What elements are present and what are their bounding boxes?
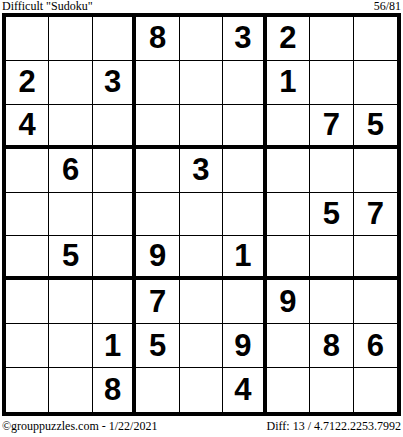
cell-r3c5[interactable] [180,105,223,149]
cell-r1c6: 3 [223,17,266,61]
cell-r8c2[interactable] [49,324,92,368]
cell-r4c4[interactable] [136,149,179,193]
cell-r7c8[interactable] [310,280,353,324]
cell-r7c2[interactable] [49,280,92,324]
cell-r1c4: 8 [136,17,179,61]
cell-r4c9[interactable] [354,149,397,193]
cell-r7c4: 7 [136,280,179,324]
cell-r1c5[interactable] [180,17,223,61]
cell-r3c2[interactable] [49,105,92,149]
cell-r2c3: 3 [93,61,136,105]
cell-r5c3[interactable] [93,193,136,237]
cell-r9c3: 8 [93,368,136,412]
cell-r5c9: 7 [354,193,397,237]
cell-r8c1[interactable] [6,324,49,368]
cell-r2c6[interactable] [223,61,266,105]
cell-r9c6: 4 [223,368,266,412]
cell-r4c5: 3 [180,149,223,193]
cell-r6c8[interactable] [310,236,353,280]
cell-r5c8: 5 [310,193,353,237]
cell-r3c3[interactable] [93,105,136,149]
cell-r7c7: 9 [267,280,310,324]
cell-r9c1[interactable] [6,368,49,412]
cell-r6c3[interactable] [93,236,136,280]
cell-r2c9[interactable] [354,61,397,105]
cell-r9c4[interactable] [136,368,179,412]
cell-r1c7: 2 [267,17,310,61]
cell-r7c3[interactable] [93,280,136,324]
cell-r4c2: 6 [49,149,92,193]
cell-r5c4[interactable] [136,193,179,237]
cell-r2c7: 1 [267,61,310,105]
sudoku-board: 8322314756357591791598684 [2,13,401,416]
cell-r3c8: 7 [310,105,353,149]
cell-r8c4: 5 [136,324,179,368]
cell-r9c8[interactable] [310,368,353,412]
puzzle-title: Difficult "Sudoku" [2,0,93,13]
cell-r7c1[interactable] [6,280,49,324]
cell-r1c3[interactable] [93,17,136,61]
cell-r5c2[interactable] [49,193,92,237]
difficulty-rating: Diff: 13 / 4.7122.2253.7992 [267,419,401,433]
cell-r6c1[interactable] [6,236,49,280]
cell-r2c8[interactable] [310,61,353,105]
puzzle-page: Difficult "Sudoku" 56/81 832231475635759… [0,0,403,437]
cell-r8c9: 6 [354,324,397,368]
cell-r7c6[interactable] [223,280,266,324]
cell-r9c9[interactable] [354,368,397,412]
cell-r8c7[interactable] [267,324,310,368]
cell-r4c1[interactable] [6,149,49,193]
cell-r4c3[interactable] [93,149,136,193]
cell-r9c5[interactable] [180,368,223,412]
cell-r4c7[interactable] [267,149,310,193]
cell-r4c6[interactable] [223,149,266,193]
page-header: Difficult "Sudoku" 56/81 [2,0,401,13]
empty-cell-counter: 56/81 [374,0,401,13]
cell-r8c8: 8 [310,324,353,368]
cell-r2c4[interactable] [136,61,179,105]
cell-r1c8[interactable] [310,17,353,61]
cell-r3c9: 5 [354,105,397,149]
page-footer: ©grouppuzzles.com - 1/22/2021 Diff: 13 /… [2,419,401,433]
cell-r1c1[interactable] [6,17,49,61]
cell-r8c3: 1 [93,324,136,368]
cell-r3c6[interactable] [223,105,266,149]
cell-r6c7[interactable] [267,236,310,280]
cell-r1c2[interactable] [49,17,92,61]
cell-r3c4[interactable] [136,105,179,149]
cell-r5c1[interactable] [6,193,49,237]
cell-r3c7[interactable] [267,105,310,149]
cell-r2c2[interactable] [49,61,92,105]
cell-r5c6[interactable] [223,193,266,237]
cell-r5c5[interactable] [180,193,223,237]
cell-r8c5[interactable] [180,324,223,368]
cell-r7c9[interactable] [354,280,397,324]
cell-r6c5[interactable] [180,236,223,280]
cell-r1c9[interactable] [354,17,397,61]
cell-r6c9[interactable] [354,236,397,280]
cell-r4c8[interactable] [310,149,353,193]
cell-r9c7[interactable] [267,368,310,412]
cell-r7c5[interactable] [180,280,223,324]
cell-r5c7[interactable] [267,193,310,237]
cell-r6c6: 1 [223,236,266,280]
copyright-date: ©grouppuzzles.com - 1/22/2021 [2,419,157,433]
cell-r2c5[interactable] [180,61,223,105]
cell-r6c4: 9 [136,236,179,280]
cell-r9c2[interactable] [49,368,92,412]
cell-r2c1: 2 [6,61,49,105]
cell-r6c2: 5 [49,236,92,280]
cell-r3c1: 4 [6,105,49,149]
cell-r8c6: 9 [223,324,266,368]
